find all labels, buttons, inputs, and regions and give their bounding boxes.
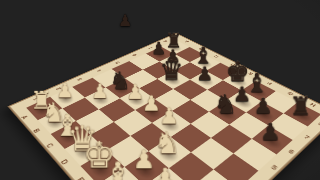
square-a6[interactable] [129,54,159,70]
label-file-d-far: D [227,62,239,68]
square-c6[interactable]: ♛ [157,70,190,89]
black-queen-c6[interactable]: ♛ [160,57,184,84]
square-d7[interactable]: ♟ [190,71,223,90]
black-knight-f6[interactable]: ♞ [214,91,238,117]
label-file-e-far: E [244,70,256,77]
square-a8[interactable]: ♜ [161,40,189,54]
label-file-a-far: A [181,39,192,44]
captured-black-pawn-offboard[interactable]: ♟ [118,13,132,29]
square-b8[interactable] [175,47,204,62]
label-rank-6-hfile: 6 [284,145,300,157]
square-a5[interactable] [112,61,143,78]
label-rank-8-hfile: 8 [314,119,320,129]
black-pawn-g7[interactable]: ♟ [254,96,273,117]
black-rook-h8[interactable]: ♜ [289,93,312,118]
label-rank-6-afile: 6 [128,52,139,58]
white-pawn-d4[interactable]: ♟ [142,94,161,115]
square-b5[interactable] [125,70,158,89]
chess-photo-stage: ♜♝♚♝♜♟♟♟♟♟♛♞♟♞♟♟♟♟♞♟♟♟♟♜♞♝♛♚♝♜AA88BB77CC… [0,0,320,180]
label-file-f-far: F [263,80,276,87]
black-pawn-h6[interactable]: ♟ [260,121,281,144]
label-file-b-near: B [30,125,45,135]
black-bishop-f8[interactable]: ♝ [246,70,269,95]
label-rank-8-afile: 8 [160,39,171,44]
white-pawn-f2[interactable]: ♟ [132,148,155,174]
label-file-c-near: C [43,140,59,152]
label-rank-5-hfile: 5 [266,161,283,174]
square-b6[interactable] [143,62,174,79]
label-file-b-far: B [195,46,206,52]
black-rook-a8[interactable]: ♜ [165,31,182,50]
square-f6[interactable]: ♞ [209,101,246,125]
white-knight-f3[interactable]: ♞ [154,128,181,158]
black-pawn-b7[interactable]: ♟ [165,48,181,65]
white-bishop-f1[interactable]: ♝ [102,158,133,180]
square-a7[interactable]: ♟ [146,47,175,62]
black-pawn-a7[interactable]: ♟ [151,40,166,57]
square-b7[interactable]: ♟ [159,54,189,70]
black-knight-b4[interactable]: ♞ [109,68,131,92]
label-rank-4-afile: 4 [93,68,105,75]
square-d8[interactable] [206,63,238,80]
label-rank-1-afile: 1 [29,95,42,103]
chess-board[interactable]: ♜♝♚♝♜♟♟♟♟♟♛♞♟♞♟♟♟♟♞♟♟♟♟♜♞♝♛♚♝♜AA88BB77CC… [7,33,320,180]
black-bishop-c8[interactable]: ♝ [193,44,213,66]
white-pawn-b3[interactable]: ♟ [91,82,109,102]
label-rank-7-hfile: 7 [299,132,315,143]
square-c7[interactable] [174,62,206,79]
square-c8[interactable]: ♝ [190,55,221,71]
label-rank-2-afile: 2 [52,85,65,93]
square-e8[interactable]: ♚ [223,72,256,91]
square-b4[interactable]: ♞ [106,78,140,98]
label-file-d-near: D [57,155,74,168]
white-pawn-g2[interactable]: ♟ [153,165,177,180]
label-rank-3-afile: 3 [73,76,85,83]
label-rank-5-afile: 5 [111,60,123,66]
label-file-c-far: C [210,54,221,60]
board-scene: ♜♝♚♝♜♟♟♟♟♟♛♞♟♞♟♟♟♟♞♟♟♟♟♜♞♝♛♚♝♜AA88BB77CC… [0,0,320,180]
square-a3[interactable] [72,78,106,98]
square-a4[interactable] [93,69,125,88]
square-d6[interactable] [173,80,207,100]
black-king-e8[interactable]: ♚ [225,59,249,86]
black-pawn-d7[interactable]: ♟ [196,65,213,84]
square-b3[interactable]: ♟ [85,88,120,110]
label-file-a-near: A [18,112,32,122]
label-rank-7-afile: 7 [145,45,156,50]
